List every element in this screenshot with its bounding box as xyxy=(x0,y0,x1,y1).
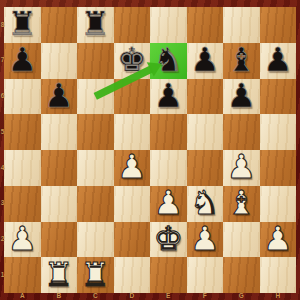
square-g8[interactable] xyxy=(223,7,260,43)
square-f5[interactable] xyxy=(187,114,224,150)
square-g5[interactable] xyxy=(223,114,260,150)
black-king-d7: ♚ xyxy=(117,43,147,76)
square-h3[interactable] xyxy=(260,186,297,222)
square-f8[interactable] xyxy=(187,7,224,43)
square-b6[interactable]: ♟ xyxy=(41,79,78,115)
square-f1[interactable] xyxy=(187,257,224,293)
square-a4[interactable] xyxy=(4,150,41,186)
white-king-e2: ♚ xyxy=(153,222,183,255)
square-g6[interactable]: ♟ xyxy=(223,79,260,115)
square-f4[interactable] xyxy=(187,150,224,186)
square-b8[interactable] xyxy=(41,7,78,43)
file-label-e: E xyxy=(150,293,187,300)
square-f7[interactable]: ♟ xyxy=(187,43,224,79)
square-d2[interactable] xyxy=(114,222,151,258)
white-pawn-f2: ♟ xyxy=(190,222,220,255)
black-pawn-e6: ♟ xyxy=(153,79,183,112)
chess-board-frame: ♜♜♟♚♞♟♝♟♟♟♟♟♟♟♞♝♟♚♟♟♜♜ 87654321 ABCDEFGH xyxy=(0,0,300,300)
white-pawn-d4: ♟ xyxy=(117,150,147,183)
white-pawn-e3: ♟ xyxy=(153,186,183,219)
square-f3[interactable]: ♞ xyxy=(187,186,224,222)
square-h8[interactable] xyxy=(260,7,297,43)
square-b2[interactable] xyxy=(41,222,78,258)
square-d8[interactable] xyxy=(114,7,151,43)
square-c5[interactable] xyxy=(77,114,114,150)
black-rook-c8: ♜ xyxy=(80,7,110,40)
square-h1[interactable] xyxy=(260,257,297,293)
square-d4[interactable]: ♟ xyxy=(114,150,151,186)
square-a8[interactable]: ♜ xyxy=(4,7,41,43)
square-b4[interactable] xyxy=(41,150,78,186)
black-pawn-h7: ♟ xyxy=(263,43,293,76)
square-e1[interactable] xyxy=(150,257,187,293)
square-d1[interactable] xyxy=(114,257,151,293)
white-pawn-h2: ♟ xyxy=(263,222,293,255)
square-a1[interactable] xyxy=(4,257,41,293)
square-e4[interactable] xyxy=(150,150,187,186)
square-a7[interactable]: ♟ xyxy=(4,43,41,79)
square-f6[interactable] xyxy=(187,79,224,115)
square-b7[interactable] xyxy=(41,43,78,79)
square-h2[interactable]: ♟ xyxy=(260,222,297,258)
square-d5[interactable] xyxy=(114,114,151,150)
square-b3[interactable] xyxy=(41,186,78,222)
white-rook-b1: ♜ xyxy=(44,258,74,291)
square-f2[interactable]: ♟ xyxy=(187,222,224,258)
file-label-a: A xyxy=(4,293,41,300)
square-h5[interactable] xyxy=(260,114,297,150)
square-d7[interactable]: ♚ xyxy=(114,43,151,79)
square-c3[interactable] xyxy=(77,186,114,222)
black-pawn-b6: ♟ xyxy=(44,79,74,112)
square-d3[interactable] xyxy=(114,186,151,222)
square-g2[interactable] xyxy=(223,222,260,258)
chess-board: ♜♜♟♚♞♟♝♟♟♟♟♟♟♟♞♝♟♚♟♟♜♜ xyxy=(4,7,296,293)
square-a2[interactable]: ♟ xyxy=(4,222,41,258)
square-g1[interactable] xyxy=(223,257,260,293)
square-c8[interactable]: ♜ xyxy=(77,7,114,43)
square-c1[interactable]: ♜ xyxy=(77,257,114,293)
black-bishop-g7: ♝ xyxy=(226,43,256,76)
square-e3[interactable]: ♟ xyxy=(150,186,187,222)
square-a5[interactable] xyxy=(4,114,41,150)
white-pawn-g4: ♟ xyxy=(226,150,256,183)
square-c7[interactable] xyxy=(77,43,114,79)
square-a3[interactable] xyxy=(4,186,41,222)
square-e5[interactable] xyxy=(150,114,187,150)
black-knight-e7: ♞ xyxy=(153,43,183,76)
square-c2[interactable] xyxy=(77,222,114,258)
square-c4[interactable] xyxy=(77,150,114,186)
square-h6[interactable] xyxy=(260,79,297,115)
square-c6[interactable] xyxy=(77,79,114,115)
square-g4[interactable]: ♟ xyxy=(223,150,260,186)
square-e7[interactable]: ♞ xyxy=(150,43,187,79)
white-knight-f3: ♞ xyxy=(190,186,220,219)
white-pawn-a2: ♟ xyxy=(7,222,37,255)
file-label-f: F xyxy=(187,293,224,300)
black-pawn-f7: ♟ xyxy=(190,43,220,76)
file-label-h: H xyxy=(260,293,297,300)
square-e8[interactable] xyxy=(150,7,187,43)
square-h7[interactable]: ♟ xyxy=(260,43,297,79)
square-h4[interactable] xyxy=(260,150,297,186)
black-pawn-a7: ♟ xyxy=(7,43,37,76)
file-label-g: G xyxy=(223,293,260,300)
square-b5[interactable] xyxy=(41,114,78,150)
white-rook-c1: ♜ xyxy=(80,258,110,291)
square-g3[interactable]: ♝ xyxy=(223,186,260,222)
black-pawn-g6: ♟ xyxy=(226,79,256,112)
square-e6[interactable]: ♟ xyxy=(150,79,187,115)
square-d6[interactable] xyxy=(114,79,151,115)
square-b1[interactable]: ♜ xyxy=(41,257,78,293)
white-bishop-g3: ♝ xyxy=(226,186,256,219)
square-e2[interactable]: ♚ xyxy=(150,222,187,258)
file-label-d: D xyxy=(114,293,151,300)
black-rook-a8: ♜ xyxy=(7,7,37,40)
square-a6[interactable] xyxy=(4,79,41,115)
square-g7[interactable]: ♝ xyxy=(223,43,260,79)
